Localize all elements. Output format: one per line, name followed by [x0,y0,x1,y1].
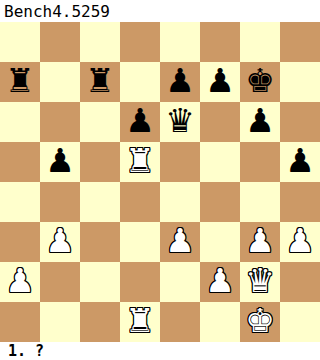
square-a8[interactable] [0,22,40,62]
square-e1[interactable] [160,302,200,342]
square-d2[interactable] [120,262,160,302]
black-pawn[interactable]: ♟ [165,62,195,101]
square-f6[interactable] [200,102,240,142]
square-d1[interactable]: ♜ [120,302,160,342]
chess-app-window: Bench4.5259 ♜♜♟♟♚♟♛♟♟♜♟♟♟♟♟♟♟♛♜♚ 1. ? [0,0,320,360]
square-g6[interactable]: ♟ [240,102,280,142]
black-pawn[interactable]: ♟ [45,142,75,181]
square-f5[interactable] [200,142,240,182]
square-h8[interactable] [280,22,320,62]
title-bar: Bench4.5259 [0,0,320,22]
square-h2[interactable] [280,262,320,302]
square-e5[interactable] [160,142,200,182]
square-a5[interactable] [0,142,40,182]
square-c5[interactable] [80,142,120,182]
square-g7[interactable]: ♚ [240,62,280,102]
square-g3[interactable]: ♟ [240,222,280,262]
square-b7[interactable] [40,62,80,102]
square-d8[interactable] [120,22,160,62]
square-d4[interactable] [120,182,160,222]
square-c1[interactable] [80,302,120,342]
black-pawn[interactable]: ♟ [205,62,235,101]
square-b5[interactable]: ♟ [40,142,80,182]
black-pawn[interactable]: ♟ [245,102,275,141]
square-c2[interactable] [80,262,120,302]
square-e4[interactable] [160,182,200,222]
square-c3[interactable] [80,222,120,262]
white-queen[interactable]: ♛ [245,262,275,301]
square-c8[interactable] [80,22,120,62]
white-pawn[interactable]: ♟ [205,262,235,301]
square-b4[interactable] [40,182,80,222]
square-f2[interactable]: ♟ [200,262,240,302]
black-king[interactable]: ♚ [245,62,275,101]
square-h1[interactable] [280,302,320,342]
black-rook[interactable]: ♜ [5,62,35,101]
square-e3[interactable]: ♟ [160,222,200,262]
square-h7[interactable] [280,62,320,102]
square-f7[interactable]: ♟ [200,62,240,102]
white-king[interactable]: ♚ [245,302,275,341]
square-h4[interactable] [280,182,320,222]
square-c7[interactable]: ♜ [80,62,120,102]
square-e7[interactable]: ♟ [160,62,200,102]
white-pawn[interactable]: ♟ [245,222,275,261]
black-pawn[interactable]: ♟ [285,142,315,181]
square-d3[interactable] [120,222,160,262]
square-g4[interactable] [240,182,280,222]
square-h5[interactable]: ♟ [280,142,320,182]
black-rook[interactable]: ♜ [85,62,115,101]
white-rook[interactable]: ♜ [125,142,155,181]
status-bar: 1. ? [0,342,320,360]
square-f8[interactable] [200,22,240,62]
square-g5[interactable] [240,142,280,182]
square-d6[interactable]: ♟ [120,102,160,142]
square-a1[interactable] [0,302,40,342]
white-rook[interactable]: ♜ [125,302,155,341]
square-a7[interactable]: ♜ [0,62,40,102]
square-g1[interactable]: ♚ [240,302,280,342]
square-e8[interactable] [160,22,200,62]
square-b6[interactable] [40,102,80,142]
square-a3[interactable] [0,222,40,262]
square-c6[interactable] [80,102,120,142]
square-a2[interactable]: ♟ [0,262,40,302]
square-c4[interactable] [80,182,120,222]
square-e2[interactable] [160,262,200,302]
square-g2[interactable]: ♛ [240,262,280,302]
white-pawn[interactable]: ♟ [45,222,75,261]
square-b8[interactable] [40,22,80,62]
square-a4[interactable] [0,182,40,222]
square-d5[interactable]: ♜ [120,142,160,182]
square-g8[interactable] [240,22,280,62]
square-b2[interactable] [40,262,80,302]
window-title: Bench4.5259 [4,2,110,21]
square-a6[interactable] [0,102,40,142]
white-pawn[interactable]: ♟ [165,222,195,261]
white-pawn[interactable]: ♟ [5,262,35,301]
square-f3[interactable] [200,222,240,262]
black-queen[interactable]: ♛ [165,102,195,141]
square-d7[interactable] [120,62,160,102]
square-h6[interactable] [280,102,320,142]
chess-board: ♜♜♟♟♚♟♛♟♟♜♟♟♟♟♟♟♟♛♜♚ [0,22,320,342]
move-prompt: 1. ? [8,342,44,360]
square-f4[interactable] [200,182,240,222]
square-e6[interactable]: ♛ [160,102,200,142]
square-f1[interactable] [200,302,240,342]
square-b3[interactable]: ♟ [40,222,80,262]
white-pawn[interactable]: ♟ [285,222,315,261]
square-b1[interactable] [40,302,80,342]
black-pawn[interactable]: ♟ [125,102,155,141]
square-h3[interactable]: ♟ [280,222,320,262]
